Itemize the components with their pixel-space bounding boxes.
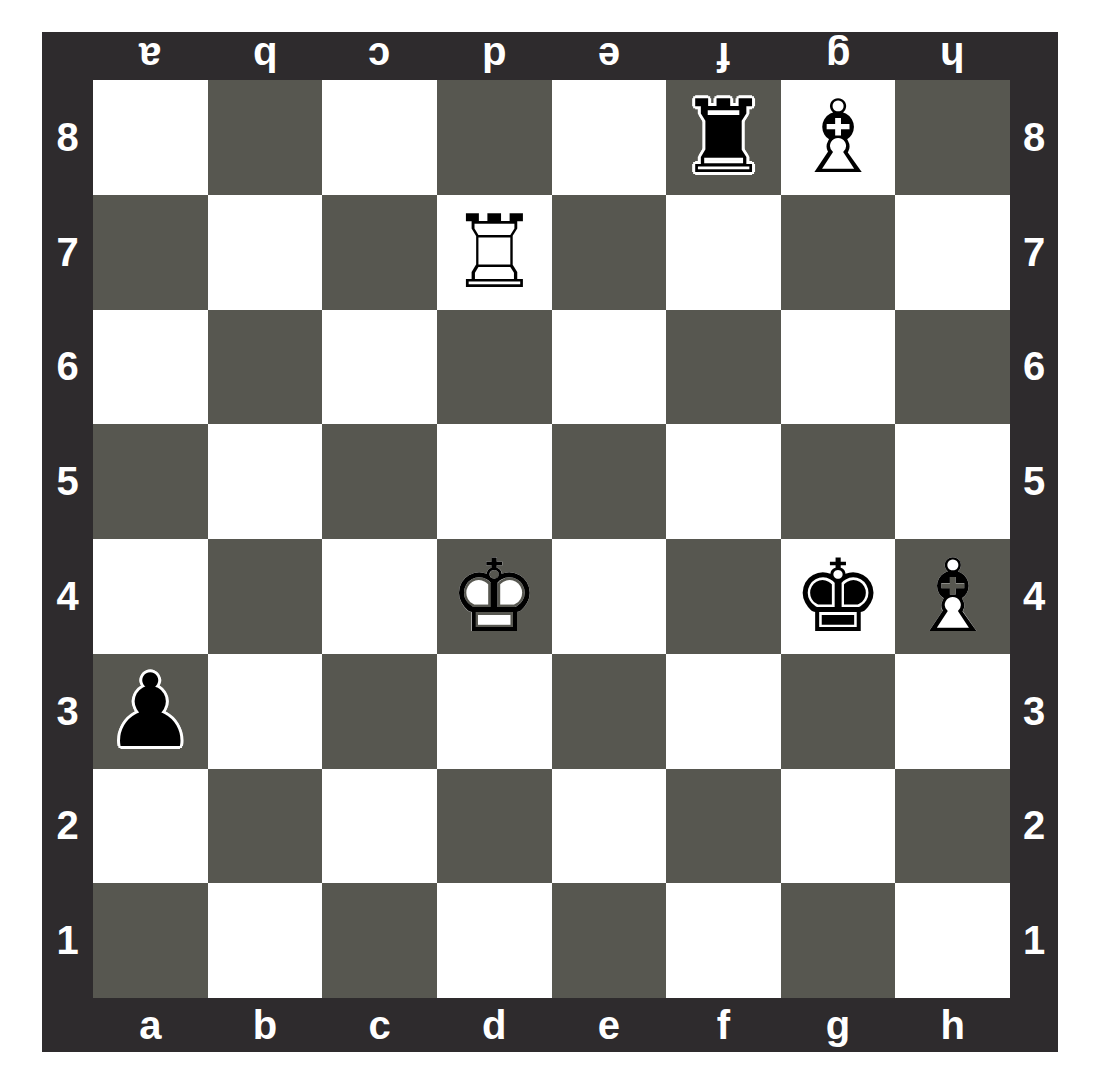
- black-rook-glyph: ♜: [666, 87, 781, 188]
- square-b6[interactable]: [208, 310, 323, 425]
- file-labels-bottom: abcdefgh: [93, 998, 1010, 1052]
- square-e1[interactable]: [552, 883, 667, 998]
- file-label-top-f: f: [666, 32, 781, 80]
- square-a8[interactable]: [93, 80, 208, 195]
- square-e5[interactable]: [552, 424, 667, 539]
- square-g3[interactable]: [781, 654, 896, 769]
- chess-diagram: abcdefgh abcdefgh 87654321 87654321 ♜♝♗♜…: [0, 0, 1103, 1080]
- square-d6[interactable]: [437, 310, 552, 425]
- piece-white-rook[interactable]: ♜♖: [437, 195, 552, 310]
- white-bishop-outline: ♗: [781, 87, 896, 188]
- square-d1[interactable]: [437, 883, 552, 998]
- file-label-bottom-f: f: [666, 998, 781, 1052]
- piece-white-king[interactable]: ♚♔: [437, 539, 552, 654]
- file-label-bottom-b: b: [208, 998, 323, 1052]
- file-label-bottom-c: c: [322, 998, 437, 1052]
- square-d5[interactable]: [437, 424, 552, 539]
- file-label-bottom-a: a: [93, 998, 208, 1052]
- piece-white-bishop[interactable]: ♝♗: [781, 80, 896, 195]
- square-f1[interactable]: [666, 883, 781, 998]
- white-rook-outline: ♖: [437, 202, 552, 303]
- rank-label-right-7: 7: [1010, 195, 1058, 310]
- square-a3[interactable]: ♟: [93, 654, 208, 769]
- file-label-top-c: c: [322, 32, 437, 80]
- square-b8[interactable]: [208, 80, 323, 195]
- square-a2[interactable]: [93, 769, 208, 884]
- square-d3[interactable]: [437, 654, 552, 769]
- square-h2[interactable]: [895, 769, 1010, 884]
- rank-label-left-3: 3: [42, 654, 93, 769]
- black-pawn-glyph: ♟: [93, 661, 208, 762]
- square-h5[interactable]: [895, 424, 1010, 539]
- square-e3[interactable]: [552, 654, 667, 769]
- square-d2[interactable]: [437, 769, 552, 884]
- rank-label-right-1: 1: [1010, 883, 1058, 998]
- square-f3[interactable]: [666, 654, 781, 769]
- square-a4[interactable]: [93, 539, 208, 654]
- square-c1[interactable]: [322, 883, 437, 998]
- square-g2[interactable]: [781, 769, 896, 884]
- square-b4[interactable]: [208, 539, 323, 654]
- square-g6[interactable]: [781, 310, 896, 425]
- file-label-bottom-e: e: [552, 998, 667, 1052]
- piece-black-rook[interactable]: ♜: [666, 80, 781, 195]
- square-b5[interactable]: [208, 424, 323, 539]
- square-g4[interactable]: ♚: [781, 539, 896, 654]
- square-f4[interactable]: [666, 539, 781, 654]
- file-label-bottom-g: g: [781, 998, 896, 1052]
- square-a7[interactable]: [93, 195, 208, 310]
- piece-black-king[interactable]: ♚: [781, 539, 896, 654]
- rank-label-right-5: 5: [1010, 424, 1058, 539]
- file-label-top-d: d: [437, 32, 552, 80]
- square-c5[interactable]: [322, 424, 437, 539]
- board-frame: abcdefgh abcdefgh 87654321 87654321 ♜♝♗♜…: [42, 32, 1058, 1052]
- rank-label-left-6: 6: [42, 310, 93, 425]
- square-d8[interactable]: [437, 80, 552, 195]
- square-e6[interactable]: [552, 310, 667, 425]
- square-g8[interactable]: ♝♗: [781, 80, 896, 195]
- rank-label-right-3: 3: [1010, 654, 1058, 769]
- square-h7[interactable]: [895, 195, 1010, 310]
- file-label-bottom-d: d: [437, 998, 552, 1052]
- file-labels-top: abcdefgh: [93, 32, 1010, 80]
- rank-label-left-2: 2: [42, 769, 93, 884]
- file-label-top-g: g: [781, 32, 896, 80]
- square-h6[interactable]: [895, 310, 1010, 425]
- square-c7[interactable]: [322, 195, 437, 310]
- rank-label-left-1: 1: [42, 883, 93, 998]
- rank-label-right-6: 6: [1010, 310, 1058, 425]
- square-c8[interactable]: [322, 80, 437, 195]
- square-b2[interactable]: [208, 769, 323, 884]
- square-f8[interactable]: ♜: [666, 80, 781, 195]
- square-e2[interactable]: [552, 769, 667, 884]
- square-b3[interactable]: [208, 654, 323, 769]
- file-label-bottom-h: h: [895, 998, 1010, 1052]
- square-b7[interactable]: [208, 195, 323, 310]
- square-g1[interactable]: [781, 883, 896, 998]
- rank-label-left-8: 8: [42, 80, 93, 195]
- square-d4[interactable]: ♚♔: [437, 539, 552, 654]
- square-a6[interactable]: [93, 310, 208, 425]
- square-g7[interactable]: [781, 195, 896, 310]
- chess-board: ♜♝♗♜♖♚♔♚♝♗♟: [93, 80, 1010, 998]
- file-label-top-b: b: [208, 32, 323, 80]
- square-h4[interactable]: ♝♗: [895, 539, 1010, 654]
- square-c2[interactable]: [322, 769, 437, 884]
- square-a1[interactable]: [93, 883, 208, 998]
- square-g5[interactable]: [781, 424, 896, 539]
- rank-label-right-8: 8: [1010, 80, 1058, 195]
- white-bishop-outline: ♗: [895, 546, 1010, 647]
- rank-label-right-2: 2: [1010, 769, 1058, 884]
- square-c3[interactable]: [322, 654, 437, 769]
- square-f7[interactable]: [666, 195, 781, 310]
- square-c4[interactable]: [322, 539, 437, 654]
- square-a5[interactable]: [93, 424, 208, 539]
- white-king-outline: ♔: [437, 546, 552, 647]
- square-d7[interactable]: ♜♖: [437, 195, 552, 310]
- square-e4[interactable]: [552, 539, 667, 654]
- rank-label-left-7: 7: [42, 195, 93, 310]
- square-f5[interactable]: [666, 424, 781, 539]
- piece-black-pawn[interactable]: ♟: [93, 654, 208, 769]
- file-label-top-h: h: [895, 32, 1010, 80]
- rank-labels-right: 87654321: [1010, 80, 1058, 998]
- black-king-glyph: ♚: [781, 546, 896, 647]
- rank-label-left-5: 5: [42, 424, 93, 539]
- piece-white-bishop[interactable]: ♝♗: [895, 539, 1010, 654]
- square-c6[interactable]: [322, 310, 437, 425]
- file-label-top-e: e: [552, 32, 667, 80]
- square-b1[interactable]: [208, 883, 323, 998]
- square-h1[interactable]: [895, 883, 1010, 998]
- file-label-top-a: a: [93, 32, 208, 80]
- square-e7[interactable]: [552, 195, 667, 310]
- rank-label-right-4: 4: [1010, 539, 1058, 654]
- square-f6[interactable]: [666, 310, 781, 425]
- rank-label-left-4: 4: [42, 539, 93, 654]
- square-h8[interactable]: [895, 80, 1010, 195]
- square-f2[interactable]: [666, 769, 781, 884]
- square-e8[interactable]: [552, 80, 667, 195]
- square-h3[interactable]: [895, 654, 1010, 769]
- rank-labels-left: 87654321: [42, 80, 93, 998]
